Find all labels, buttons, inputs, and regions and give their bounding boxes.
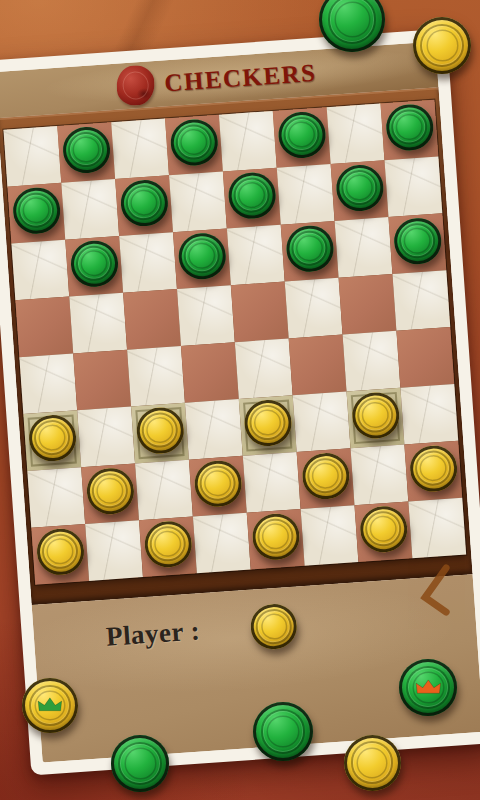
checkers-app-screen: CHECKERS Player : [0,0,480,800]
yellow-piece[interactable] [27,413,77,462]
square-r7c6[interactable] [354,501,412,562]
square-r6c0 [27,467,85,528]
square-r1c2[interactable] [115,175,173,236]
square-r4c2 [127,346,185,407]
square-r6c7[interactable] [404,441,462,502]
square-r6c1[interactable] [81,463,139,524]
yellow-piece[interactable] [143,519,193,568]
card-inner: CHECKERS Player : [0,41,480,762]
king-crown-icon [37,696,63,715]
square-r4c7[interactable] [396,327,454,388]
boomerang-doodle [410,561,458,622]
square-r2c4 [227,225,285,286]
square-r7c7 [408,498,466,559]
green-piece[interactable] [119,178,169,227]
square-r6c5[interactable] [297,448,355,509]
square-r0c2 [111,118,169,179]
yellow-piece[interactable] [85,466,135,515]
decorative-yellow-king-bottom-left [22,678,78,733]
yellow-piece[interactable] [250,512,300,561]
decorative-green-piece-bottom-mid [253,702,313,761]
square-r4c1[interactable] [73,350,131,411]
green-piece[interactable] [11,186,61,235]
square-r2c3[interactable] [173,228,231,289]
square-r5c0[interactable] [23,410,81,471]
square-r1c7 [384,156,442,217]
yellow-piece[interactable] [350,390,400,439]
green-piece[interactable] [276,110,326,159]
green-piece[interactable] [69,239,119,288]
square-r0c6 [327,103,385,164]
square-r2c0 [11,240,69,301]
green-piece[interactable] [61,125,111,174]
square-r5c5 [293,391,351,452]
yellow-piece[interactable] [193,459,243,508]
board-frame [0,87,473,605]
square-r1c1 [61,179,119,240]
square-r7c2[interactable] [139,516,197,577]
square-r2c7[interactable] [388,213,446,274]
wax-seal-icon [115,64,156,107]
square-r4c5[interactable] [289,335,347,396]
yellow-piece[interactable] [300,451,350,500]
square-r1c5 [277,164,335,225]
app-title: CHECKERS [163,59,317,98]
yellow-piece[interactable] [408,444,458,493]
decorative-yellow-piece-bottom-mid [344,735,401,791]
square-r0c7[interactable] [381,100,439,161]
decorative-yellow-piece-top-right [413,17,471,74]
green-piece[interactable] [384,102,434,151]
yellow-piece[interactable] [35,527,85,576]
square-r1c3 [169,172,227,233]
square-r6c3[interactable] [189,456,247,517]
player-label: Player : [105,615,201,652]
square-r7c5 [301,505,359,566]
square-r3c4[interactable] [231,282,289,343]
square-r4c6 [343,331,401,392]
green-piece[interactable] [169,117,219,166]
yellow-piece[interactable] [242,398,292,447]
square-r1c0[interactable] [7,183,65,244]
square-r4c0 [19,353,77,414]
square-r0c3[interactable] [165,115,223,176]
square-r3c6[interactable] [339,274,397,335]
square-r7c1 [85,520,143,581]
square-r6c6 [351,445,409,506]
yellow-piece[interactable] [358,504,408,553]
green-piece[interactable] [227,171,277,220]
game-card: CHECKERS Player : [0,29,480,776]
square-r4c3[interactable] [181,342,239,403]
square-r5c2[interactable] [131,403,189,464]
square-r5c6[interactable] [347,388,405,449]
checkers-board [3,100,466,585]
square-r5c3 [185,399,243,460]
yellow-piece[interactable] [135,406,185,455]
green-piece[interactable] [177,231,227,280]
decorative-green-piece-bottom-left [111,735,169,792]
square-r4c4 [235,338,293,399]
square-r2c1[interactable] [65,236,123,297]
king-crown-icon [415,678,442,697]
green-piece[interactable] [284,224,334,273]
square-r3c2[interactable] [123,289,181,350]
square-r0c1[interactable] [57,122,115,183]
square-r0c0 [3,126,61,187]
square-r3c0[interactable] [15,297,73,358]
square-r6c4 [243,452,301,513]
square-r3c5 [285,278,343,339]
square-r3c1 [69,293,127,354]
square-r7c4[interactable] [247,509,305,570]
decorative-green-king-right [399,659,457,716]
square-r3c7 [392,270,450,331]
green-piece[interactable] [334,163,384,212]
square-r3c3 [177,285,235,346]
square-r5c7 [400,384,458,445]
square-r6c2 [135,460,193,521]
square-r2c6 [335,217,393,278]
square-r1c6[interactable] [331,160,389,221]
square-r1c4[interactable] [223,168,281,229]
turn-indicator-piece [249,603,298,651]
square-r7c0[interactable] [31,524,89,585]
square-r0c4 [219,111,277,172]
square-r2c5[interactable] [281,221,339,282]
square-r2c2 [119,232,177,293]
green-piece[interactable] [392,216,442,265]
square-r0c5[interactable] [273,107,331,168]
square-r5c1 [77,407,135,468]
square-r7c3 [193,513,251,574]
square-r5c4[interactable] [239,395,297,456]
